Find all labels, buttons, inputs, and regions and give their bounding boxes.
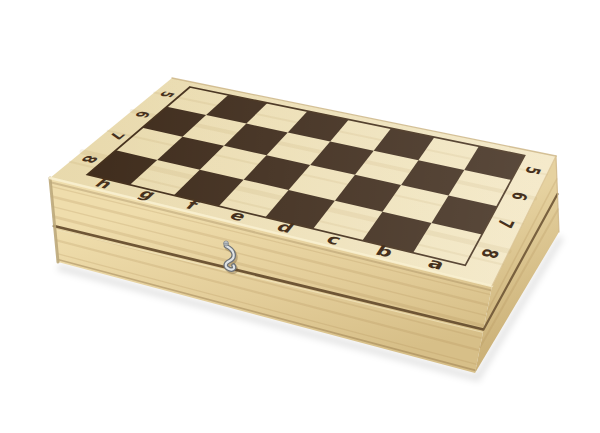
chess-box-photo: hgfedcba55667788 bbox=[0, 0, 600, 433]
latch-screw bbox=[224, 241, 229, 246]
chess-box-scene: hgfedcba55667788 bbox=[0, 0, 600, 433]
